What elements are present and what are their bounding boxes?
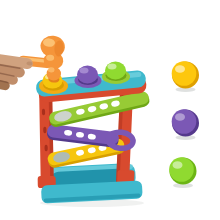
loose-ball-purple [172, 109, 197, 134]
ball-purple-top-highlight [80, 68, 89, 74]
ball-green-top-highlight [108, 64, 117, 70]
ball-green-top [105, 62, 126, 80]
loose-ball-green [169, 157, 194, 182]
product-photo [0, 0, 220, 220]
loose-ball-yellow [172, 61, 197, 86]
toy-scene-svg [0, 0, 220, 220]
ball-purple-top [77, 66, 98, 84]
loose-balls [169, 61, 199, 188]
loose-ball-yellow-highlight [175, 65, 185, 73]
loose-ball-green-highlight [173, 161, 183, 169]
loose-ball-purple-highlight [175, 113, 185, 121]
